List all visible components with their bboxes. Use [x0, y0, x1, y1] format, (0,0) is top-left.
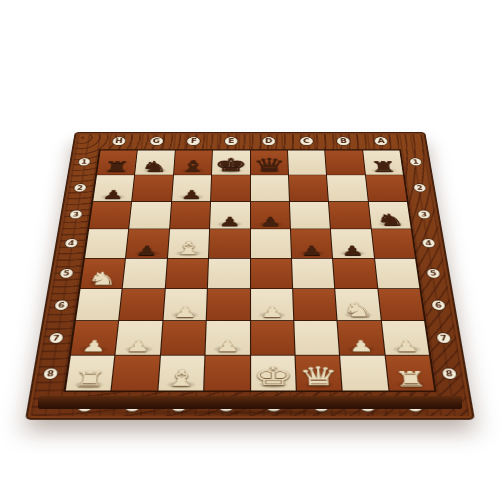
piece-shadow	[216, 221, 243, 227]
square-a5	[375, 258, 420, 288]
square-g2	[133, 176, 173, 202]
square-d5	[251, 258, 292, 288]
file-label-far-a: A	[373, 137, 389, 146]
square-g4: ♟	[126, 229, 168, 257]
square-f8: ♝	[158, 355, 204, 390]
square-d4	[250, 229, 290, 257]
board-box-edge	[38, 396, 462, 409]
square-g6	[120, 289, 165, 320]
square-c3	[290, 202, 330, 229]
square-c5	[292, 258, 335, 288]
piece-shadow	[73, 381, 105, 389]
square-g5	[123, 258, 167, 288]
square-e3: ♟	[210, 202, 249, 229]
square-h5: ♞	[81, 258, 126, 288]
square-h1: ♜	[97, 151, 137, 175]
piece-shadow	[78, 345, 109, 353]
square-f5	[166, 258, 209, 288]
square-b6: ♞	[336, 289, 381, 320]
piece-shadow	[141, 168, 167, 174]
piece-shadow	[87, 280, 116, 287]
piece-shadow	[133, 250, 161, 256]
square-b4: ♟	[331, 229, 373, 257]
piece-light-pawn-a7: ♟	[383, 338, 428, 354]
rank-label-right-2: 2	[413, 183, 428, 192]
piece-shadow	[178, 194, 205, 200]
piece-shadow	[99, 194, 126, 200]
square-g3	[130, 202, 171, 229]
piece-shadow	[395, 381, 427, 389]
square-h2: ♟	[93, 176, 134, 202]
square-f3	[170, 202, 210, 229]
piece-shadow	[298, 250, 326, 256]
square-e8	[204, 355, 249, 390]
piece-light-queen-c8: ♛	[296, 364, 342, 390]
piece-shadow	[174, 250, 202, 256]
square-f7	[161, 321, 206, 354]
piece-light-bishop-f8: ♝	[158, 367, 204, 389]
square-e5	[208, 258, 249, 288]
square-e1: ♚	[212, 151, 249, 175]
square-h3	[89, 202, 131, 229]
square-e2	[211, 176, 249, 202]
square-a2	[366, 176, 407, 202]
piece-light-pawn-h7: ♟	[71, 338, 116, 354]
square-d3: ♟	[250, 202, 289, 229]
piece-shadow	[218, 168, 244, 174]
square-g7: ♟	[116, 321, 162, 354]
piece-shadow	[346, 345, 377, 353]
square-c6	[293, 289, 337, 320]
piece-shadow	[339, 250, 367, 256]
piece-light-rook-h8: ♜	[66, 369, 113, 390]
square-f2: ♟	[172, 176, 211, 202]
square-f1: ♝	[174, 151, 212, 175]
square-b5	[333, 258, 377, 288]
square-b2	[327, 176, 367, 202]
square-d7	[251, 321, 295, 354]
square-e7: ♟	[206, 321, 250, 354]
square-c1	[288, 151, 326, 175]
square-h4	[85, 229, 128, 257]
square-b3	[329, 202, 370, 229]
piece-shadow	[257, 381, 288, 389]
square-h7: ♟	[71, 321, 118, 354]
square-d8: ♚	[251, 355, 296, 390]
piece-light-rook-a8: ♜	[387, 369, 434, 390]
square-d1: ♛	[250, 151, 287, 175]
piece-shadow	[377, 221, 405, 227]
square-a3: ♞	[368, 202, 410, 229]
file-label-far-d: D	[262, 137, 277, 146]
square-a4	[371, 229, 414, 257]
square-a7: ♟	[382, 321, 429, 354]
square-g8	[112, 355, 160, 390]
square-a6	[378, 289, 424, 320]
piece-light-knight-b6: ♞	[336, 300, 380, 319]
square-e4	[209, 229, 249, 257]
piece-light-pawn-g7: ♟	[116, 338, 161, 354]
square-g1: ♞	[135, 151, 174, 175]
piece-light-pawn-e7: ♟	[206, 338, 250, 354]
square-f6: ♟	[163, 289, 207, 320]
piece-shadow	[165, 381, 197, 389]
piece-light-king-d8: ♚	[251, 364, 296, 390]
board-scene: ♜♞♝♚♛♜♟♟♟♟♞♟♝♟♟♞♟♟♞♟♟♟♟♟♜♝♚♛♜ HHGGFFEEDD…	[55, 63, 445, 453]
file-label-far-c: C	[299, 137, 314, 146]
piece-light-pawn-b7: ♟	[339, 338, 384, 354]
square-c8: ♛	[295, 355, 341, 390]
piece-light-knight-h5: ♞	[81, 269, 124, 287]
square-h8: ♜	[66, 355, 115, 390]
square-d6: ♟	[251, 289, 294, 320]
square-e6	[207, 289, 250, 320]
piece-shadow	[123, 345, 154, 353]
square-d2	[250, 176, 288, 202]
piece-shadow	[103, 168, 130, 174]
piece-shadow	[303, 381, 335, 389]
square-c7	[294, 321, 339, 354]
piece-shadow	[212, 345, 242, 353]
square-b7: ♟	[338, 321, 384, 354]
square-f4: ♝	[168, 229, 209, 257]
square-b1	[325, 151, 364, 175]
piece-shadow	[391, 345, 422, 353]
board-shadow	[50, 409, 450, 416]
square-a8: ♜	[385, 355, 434, 390]
square-c2	[289, 176, 328, 202]
piece-shadow	[180, 168, 206, 174]
piece-shadow	[370, 168, 397, 174]
square-h6	[76, 289, 122, 320]
chess-set-photo: ♜♞♝♚♛♜♟♟♟♟♞♟♝♟♟♞♟♟♞♟♟♟♟♟♜♝♚♛♜ HHGGFFEEDD…	[0, 0, 500, 500]
square-c4: ♟	[291, 229, 332, 257]
square-a1: ♜	[363, 151, 403, 175]
piece-shadow	[256, 221, 283, 227]
piece-shadow	[256, 168, 282, 174]
chess-board: ♜♞♝♚♛♜♟♟♟♟♞♟♝♟♟♞♟♟♞♟♟♟♟♟♜♝♚♛♜ HHGGFFEEDD…	[28, 133, 473, 418]
board-squares: ♜♞♝♚♛♜♟♟♟♟♞♟♝♟♟♞♟♟♞♟♟♟♟♟♜♝♚♛♜	[63, 149, 436, 392]
square-b8	[340, 355, 388, 390]
